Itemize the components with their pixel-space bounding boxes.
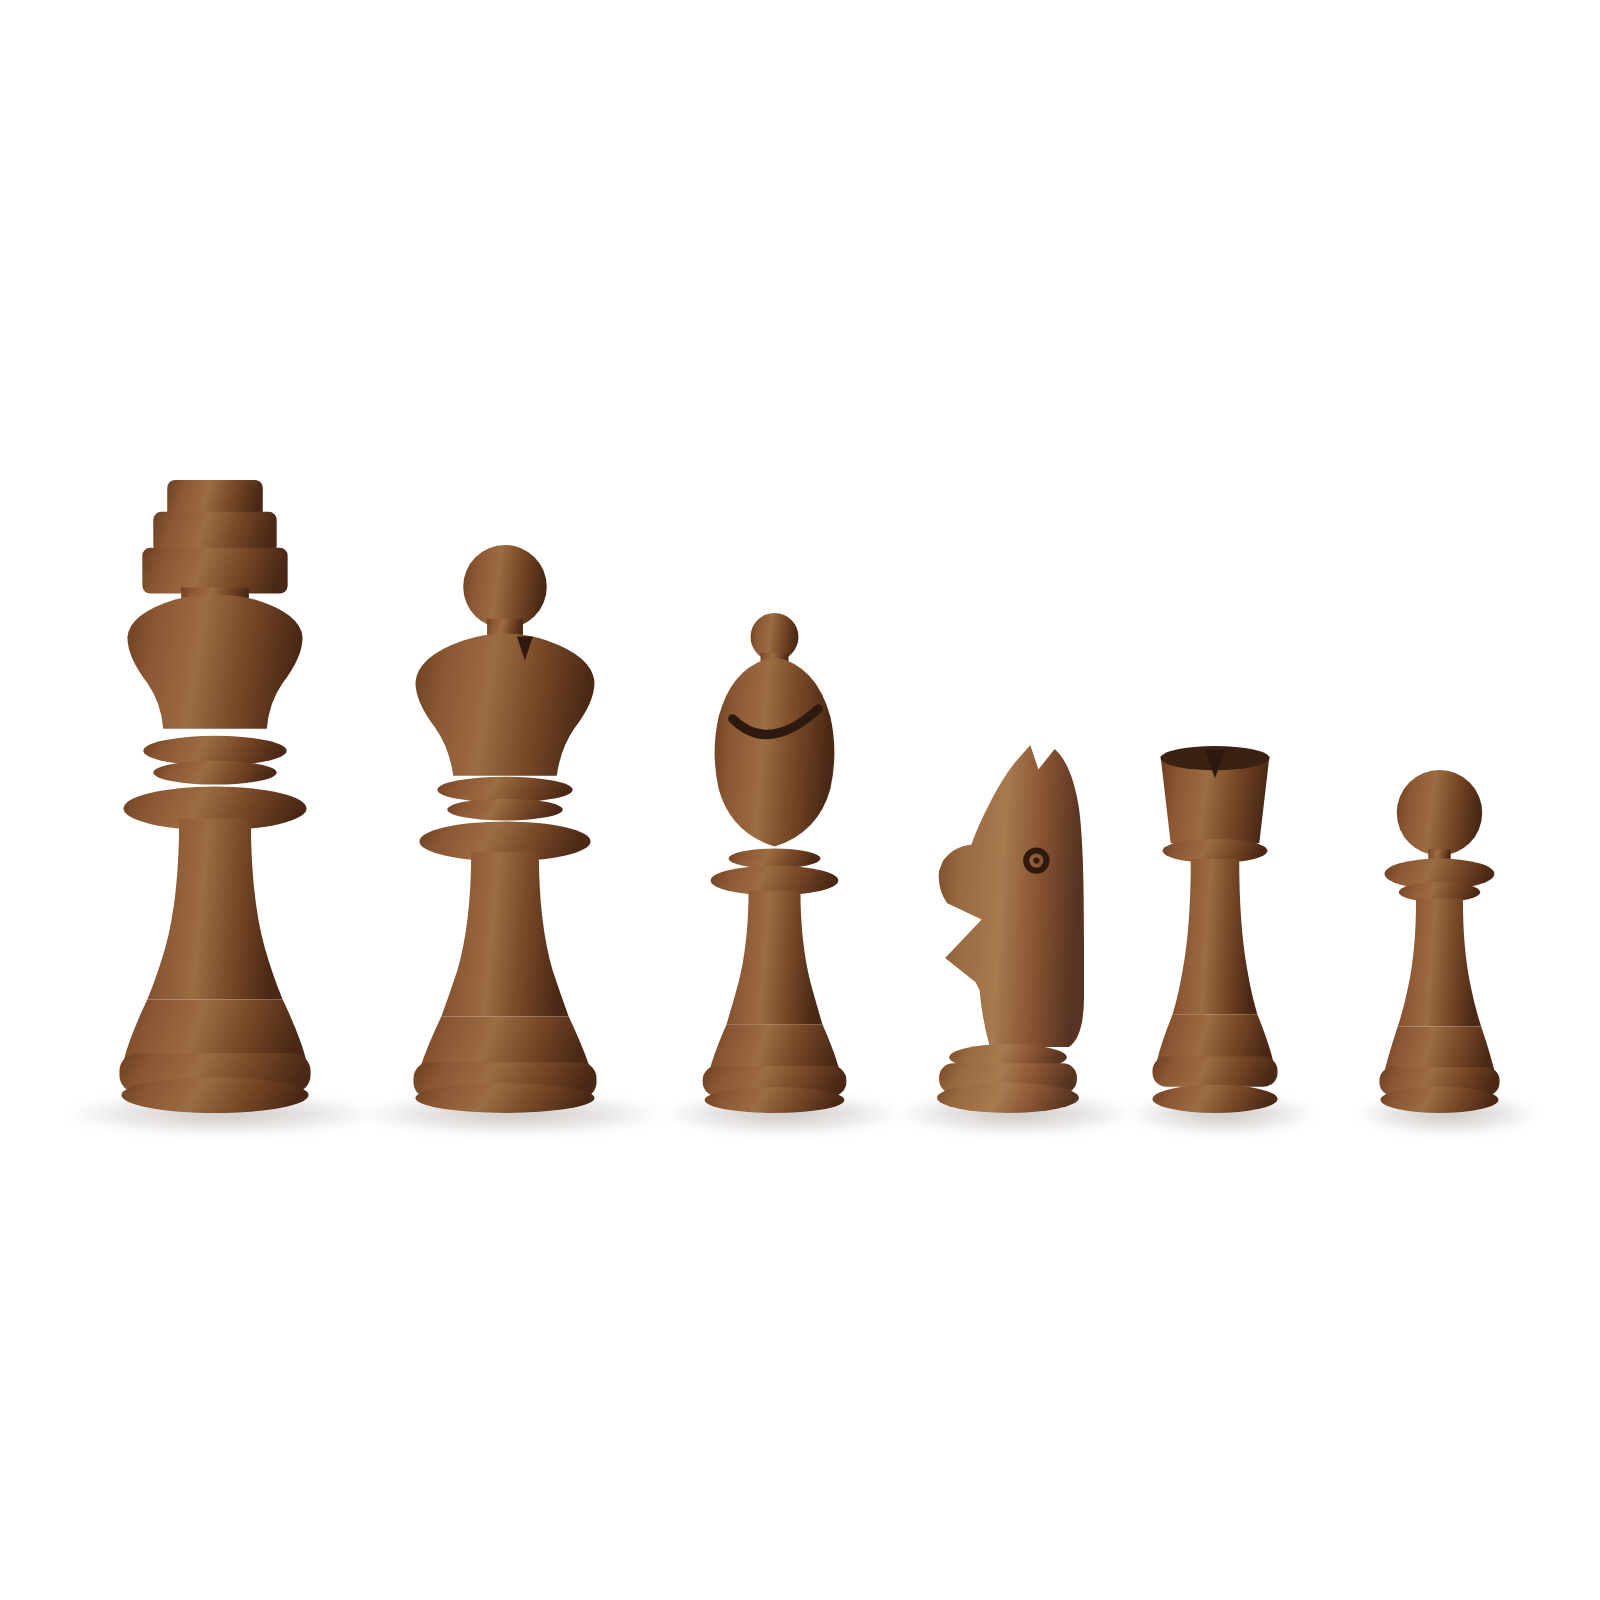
product-photo-canvas bbox=[0, 0, 1600, 1600]
king-piece bbox=[96, 480, 335, 1113]
bishop-silhouette bbox=[683, 613, 868, 1113]
rook-silhouette bbox=[1144, 744, 1285, 1113]
pawn-piece bbox=[1371, 768, 1508, 1113]
queen-piece bbox=[388, 545, 623, 1113]
knight-silhouette bbox=[917, 741, 1099, 1113]
queen-silhouette bbox=[388, 545, 623, 1113]
king-silhouette bbox=[96, 480, 335, 1113]
knight-eye-pupil bbox=[1033, 858, 1039, 864]
rook-piece bbox=[1144, 744, 1285, 1113]
knight-piece bbox=[917, 741, 1099, 1113]
pawn-silhouette bbox=[1371, 768, 1508, 1113]
bishop-piece bbox=[683, 613, 868, 1113]
